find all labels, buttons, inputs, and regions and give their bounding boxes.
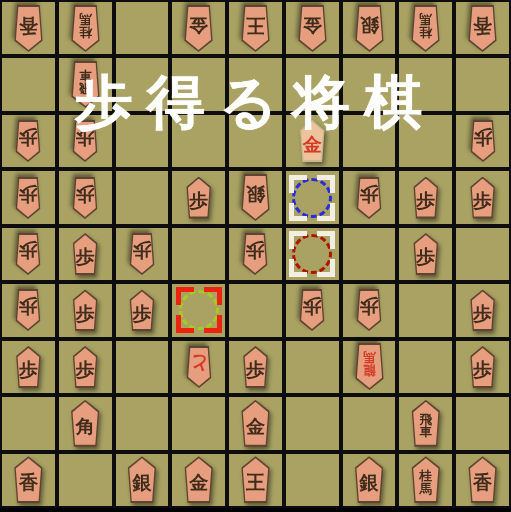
board-cell-r3c7[interactable] bbox=[343, 115, 396, 167]
shogi-piece-歩-gote[interactable]: 歩 bbox=[295, 289, 329, 331]
board-cell-r6c5[interactable] bbox=[229, 284, 282, 336]
shogi-piece-歩-sente[interactable]: 歩 bbox=[125, 289, 159, 331]
board-cell-r5c5[interactable]: 歩 bbox=[229, 228, 282, 280]
board-cell-r4c9[interactable]: 歩 bbox=[456, 171, 509, 223]
piece-kanji: 龍馬 bbox=[350, 343, 389, 390]
board-cell-r8c6[interactable] bbox=[286, 397, 339, 449]
board-cell-r4c4[interactable]: 歩 bbox=[172, 171, 225, 223]
shogi-piece-歩-gote[interactable]: 歩 bbox=[68, 177, 102, 219]
board-cell-r9c3[interactable]: 銀 bbox=[116, 454, 169, 506]
board-cell-r5c7[interactable] bbox=[343, 228, 396, 280]
board-cell-r8c9[interactable] bbox=[456, 397, 509, 449]
corner-bracket-tr bbox=[317, 175, 335, 193]
board-cell-r8c4[interactable] bbox=[172, 397, 225, 449]
corner-bracket-tl bbox=[176, 287, 194, 305]
piece-kanji: 歩 bbox=[11, 120, 45, 162]
board-cell-r9c5[interactable]: 王 bbox=[229, 454, 282, 506]
board-cell-r1c6[interactable]: 金 bbox=[286, 2, 339, 54]
blue-move-marker bbox=[289, 175, 335, 221]
piece-kanji: 桂馬 bbox=[406, 456, 445, 503]
corner-bracket-tl bbox=[289, 231, 307, 249]
piece-kanji: 歩 bbox=[352, 289, 386, 331]
shogi-piece-金-gote[interactable]: 金 bbox=[293, 5, 332, 52]
board-cell-r9c8[interactable]: 桂馬 bbox=[399, 454, 452, 506]
shogi-piece-龍馬-gote[interactable]: 龍馬 bbox=[350, 343, 389, 390]
board-cell-r5c4[interactable] bbox=[172, 228, 225, 280]
shogi-piece-歩-sente[interactable]: 歩 bbox=[409, 177, 443, 219]
piece-kanji: 銀 bbox=[350, 456, 389, 503]
corner-bracket-bl bbox=[176, 315, 194, 333]
board-cell-r6c6[interactable]: 歩 bbox=[286, 284, 339, 336]
shogi-piece-歩-sente[interactable]: 歩 bbox=[238, 346, 272, 388]
board-cell-r2c5[interactable] bbox=[229, 58, 282, 110]
piece-kanji: 歩 bbox=[409, 177, 443, 219]
board-cell-r9c1[interactable]: 香 bbox=[2, 454, 55, 506]
board-cell-r5c2[interactable]: 歩 bbox=[59, 228, 112, 280]
shogi-piece-銀-sente[interactable]: 銀 bbox=[350, 456, 389, 503]
piece-kanji: 歩 bbox=[11, 289, 45, 331]
board-cell-r2c8[interactable] bbox=[399, 58, 452, 110]
board-cell-r8c2[interactable]: 角 bbox=[59, 397, 112, 449]
corner-bracket-tr bbox=[317, 231, 335, 249]
board-cell-r1c9[interactable]: 香 bbox=[456, 2, 509, 54]
piece-kanji: 歩 bbox=[182, 177, 216, 219]
board-cell-r7c7[interactable]: 龍馬 bbox=[343, 341, 396, 393]
shogi-piece-歩-gote[interactable]: 歩 bbox=[352, 177, 386, 219]
piece-kanji: 歩 bbox=[11, 177, 45, 219]
board-cell-r8c1[interactable] bbox=[2, 397, 55, 449]
board-cell-r3c9[interactable]: 歩 bbox=[456, 115, 509, 167]
board-cell-r6c9[interactable]: 歩 bbox=[456, 284, 509, 336]
piece-kanji: 歩 bbox=[11, 346, 45, 388]
board-cell-r4c3[interactable] bbox=[116, 171, 169, 223]
board-cell-r4c2[interactable]: 歩 bbox=[59, 171, 112, 223]
board-cell-r2c7[interactable] bbox=[343, 58, 396, 110]
piece-kanji: 歩 bbox=[68, 289, 102, 331]
corner-bracket-br bbox=[317, 203, 335, 221]
shogi-piece-歩-gote[interactable]: 歩 bbox=[238, 233, 272, 275]
shogi-piece-歩-sente[interactable]: 歩 bbox=[466, 289, 500, 331]
piece-kanji: 桂馬 bbox=[406, 5, 445, 52]
shogi-piece-王-sente[interactable]: 王 bbox=[236, 456, 275, 503]
piece-kanji: 歩 bbox=[125, 233, 159, 275]
board-cell-r2c3[interactable] bbox=[116, 58, 169, 110]
board-cell-r7c5[interactable]: 歩 bbox=[229, 341, 282, 393]
shogi-piece-桂馬-gote[interactable]: 桂馬 bbox=[406, 5, 445, 52]
shogi-piece-歩-gote[interactable]: 歩 bbox=[11, 289, 45, 331]
board-cell-r4c5[interactable]: 銀 bbox=[229, 171, 282, 223]
board-cell-r4c8[interactable]: 歩 bbox=[399, 171, 452, 223]
board-cell-r3c5[interactable] bbox=[229, 115, 282, 167]
corner-bracket-bl bbox=[289, 203, 307, 221]
shogi-piece-香-sente[interactable]: 香 bbox=[9, 456, 48, 503]
piece-kanji: 金 bbox=[295, 120, 329, 162]
board-cell-r7c8[interactable] bbox=[399, 341, 452, 393]
board-cell-r6c3[interactable]: 歩 bbox=[116, 284, 169, 336]
shogi-piece-歩-sente[interactable]: 歩 bbox=[409, 233, 443, 275]
board-cell-r2c1[interactable] bbox=[2, 58, 55, 110]
corner-bracket-br bbox=[204, 315, 222, 333]
piece-kanji: 金 bbox=[236, 400, 275, 447]
shogi-piece-金-sente[interactable]: 金 bbox=[179, 456, 218, 503]
shogi-piece-飛車-gote[interactable]: 飛車 bbox=[66, 61, 105, 108]
board-cell-r3c8[interactable] bbox=[399, 115, 452, 167]
board-cell-r3c6[interactable]: 金 bbox=[286, 115, 339, 167]
corner-bracket-bl bbox=[289, 259, 307, 277]
board-cell-r6c2[interactable]: 歩 bbox=[59, 284, 112, 336]
piece-kanji: 歩 bbox=[238, 233, 272, 275]
piece-kanji: 歩 bbox=[466, 177, 500, 219]
board-cell-r5c9[interactable] bbox=[456, 228, 509, 280]
piece-kanji: 銀 bbox=[236, 174, 275, 221]
shogi-piece-歩-sente[interactable]: 歩 bbox=[466, 346, 500, 388]
shogi-piece-銀-gote[interactable]: 銀 bbox=[236, 174, 275, 221]
piece-kanji: 歩 bbox=[409, 233, 443, 275]
darkred-move-marker bbox=[289, 231, 335, 277]
board-cell-r4c6[interactable] bbox=[286, 171, 339, 223]
corner-bracket-tr bbox=[204, 287, 222, 305]
shogi-piece-金-gote[interactable]: 金 bbox=[179, 5, 218, 52]
piece-kanji: 歩 bbox=[466, 120, 500, 162]
board-cell-r1c4[interactable]: 金 bbox=[172, 2, 225, 54]
shogi-piece-歩-gote[interactable]: 歩 bbox=[11, 177, 45, 219]
shogi-piece-歩-gote[interactable]: 歩 bbox=[466, 120, 500, 162]
board-cell-r2c4[interactable] bbox=[172, 58, 225, 110]
shogi-piece-歩-gote[interactable]: 歩 bbox=[68, 120, 102, 162]
board-cell-r1c7[interactable]: 銀 bbox=[343, 2, 396, 54]
board-cell-r9c7[interactable]: 銀 bbox=[343, 454, 396, 506]
piece-kanji: 歩 bbox=[295, 289, 329, 331]
board-cell-r8c5[interactable]: 金 bbox=[229, 397, 282, 449]
board-cell-r1c8[interactable]: 桂馬 bbox=[399, 2, 452, 54]
shogi-piece-歩-sente[interactable]: 歩 bbox=[182, 177, 216, 219]
board-cell-r7c1[interactable]: 歩 bbox=[2, 341, 55, 393]
piece-kanji: 桂馬 bbox=[66, 5, 105, 52]
board-cell-r5c1[interactable]: 歩 bbox=[2, 228, 55, 280]
shogi-piece-香-gote[interactable]: 香 bbox=[9, 5, 48, 52]
board-cell-r3c2[interactable]: 歩 bbox=[59, 115, 112, 167]
board-cell-r2c2[interactable]: 飛車 bbox=[59, 58, 112, 110]
piece-kanji: 王 bbox=[236, 456, 275, 503]
piece-kanji: 金 bbox=[179, 5, 218, 52]
shogi-piece-香-sente[interactable]: 香 bbox=[463, 456, 502, 503]
shogi-piece-王-gote[interactable]: 王 bbox=[236, 5, 275, 52]
shogi-piece-桂馬-gote[interactable]: 桂馬 bbox=[66, 5, 105, 52]
shogi-piece-香-gote[interactable]: 香 bbox=[463, 5, 502, 52]
shogi-piece-金-sente[interactable]: 金 bbox=[236, 400, 275, 447]
corner-bracket-tl bbox=[289, 175, 307, 193]
shogi-piece-飛車-sente[interactable]: 飛車 bbox=[406, 400, 445, 447]
piece-kanji: 金 bbox=[179, 456, 218, 503]
board-cell-r6c1[interactable]: 歩 bbox=[2, 284, 55, 336]
piece-kanji: と bbox=[182, 346, 216, 388]
shogi-piece-歩-gote[interactable]: 歩 bbox=[11, 233, 45, 275]
shogi-piece-と-gote[interactable]: と bbox=[182, 346, 216, 388]
board-cell-r8c8[interactable]: 飛車 bbox=[399, 397, 452, 449]
board-cell-r6c8[interactable] bbox=[399, 284, 452, 336]
shogi-piece-歩-sente[interactable]: 歩 bbox=[11, 346, 45, 388]
shogi-piece-金-sente[interactable]: 金 bbox=[295, 120, 329, 162]
shogi-piece-歩-gote[interactable]: 歩 bbox=[11, 120, 45, 162]
shogi-piece-歩-gote[interactable]: 歩 bbox=[125, 233, 159, 275]
corner-bracket-br bbox=[317, 259, 335, 277]
shogi-piece-銀-gote[interactable]: 銀 bbox=[350, 5, 389, 52]
piece-kanji: 王 bbox=[236, 5, 275, 52]
piece-kanji: 香 bbox=[9, 456, 48, 503]
piece-kanji: 歩 bbox=[68, 177, 102, 219]
shogi-piece-歩-sente[interactable]: 歩 bbox=[68, 346, 102, 388]
board-cell-r2c9[interactable] bbox=[456, 58, 509, 110]
piece-kanji: 歩 bbox=[68, 346, 102, 388]
board-cell-r5c6[interactable] bbox=[286, 228, 339, 280]
board-cell-r8c7[interactable] bbox=[343, 397, 396, 449]
board-cell-r7c6[interactable] bbox=[286, 341, 339, 393]
board-cell-r7c9[interactable]: 歩 bbox=[456, 341, 509, 393]
piece-kanji: 角 bbox=[66, 400, 105, 447]
board-cell-r3c1[interactable]: 歩 bbox=[2, 115, 55, 167]
board-cell-r3c3[interactable] bbox=[116, 115, 169, 167]
board-cell-r9c6[interactable] bbox=[286, 454, 339, 506]
shogi-piece-歩-sente[interactable]: 歩 bbox=[68, 289, 102, 331]
board-cell-r7c4[interactable]: と bbox=[172, 341, 225, 393]
shogi-piece-銀-sente[interactable]: 銀 bbox=[122, 456, 161, 503]
board-cell-r2c6[interactable] bbox=[286, 58, 339, 110]
board-cell-r8c3[interactable] bbox=[116, 397, 169, 449]
board-cell-r7c2[interactable]: 歩 bbox=[59, 341, 112, 393]
board-cell-r9c4[interactable]: 金 bbox=[172, 454, 225, 506]
piece-kanji: 飛車 bbox=[406, 400, 445, 447]
piece-kanji: 歩 bbox=[238, 346, 272, 388]
board-cell-r9c9[interactable]: 香 bbox=[456, 454, 509, 506]
board-cell-r5c8[interactable]: 歩 bbox=[399, 228, 452, 280]
piece-kanji: 香 bbox=[9, 5, 48, 52]
board-cell-r1c5[interactable]: 王 bbox=[229, 2, 282, 54]
piece-kanji: 飛車 bbox=[66, 61, 105, 108]
piece-kanji: 香 bbox=[463, 5, 502, 52]
shogi-piece-歩-gote[interactable]: 歩 bbox=[352, 289, 386, 331]
shogi-board: 香桂馬金王金銀桂馬香飛車歩歩金歩歩歩歩銀歩歩歩歩歩歩歩歩歩歩歩歩歩歩歩歩と歩龍馬… bbox=[0, 0, 511, 508]
piece-kanji: 歩 bbox=[11, 233, 45, 275]
shogi-app: 香桂馬金王金銀桂馬香飛車歩歩金歩歩歩歩銀歩歩歩歩歩歩歩歩歩歩歩歩歩歩歩歩と歩龍馬… bbox=[0, 0, 511, 512]
shogi-piece-歩-sente[interactable]: 歩 bbox=[68, 233, 102, 275]
piece-kanji: 銀 bbox=[350, 5, 389, 52]
board-cell-r4c1[interactable]: 歩 bbox=[2, 171, 55, 223]
piece-kanji: 香 bbox=[463, 456, 502, 503]
board-cell-r6c4[interactable] bbox=[172, 284, 225, 336]
board-cell-r1c1[interactable]: 香 bbox=[2, 2, 55, 54]
board-cell-r3c4[interactable] bbox=[172, 115, 225, 167]
green-move-marker bbox=[176, 287, 222, 333]
shogi-piece-歩-sente[interactable]: 歩 bbox=[466, 177, 500, 219]
shogi-piece-桂馬-sente[interactable]: 桂馬 bbox=[406, 456, 445, 503]
piece-kanji: 歩 bbox=[466, 289, 500, 331]
piece-kanji: 銀 bbox=[122, 456, 161, 503]
piece-kanji: 金 bbox=[293, 5, 332, 52]
piece-kanji: 歩 bbox=[466, 346, 500, 388]
piece-kanji: 歩 bbox=[352, 177, 386, 219]
piece-kanji: 歩 bbox=[68, 233, 102, 275]
board-cell-r7c3[interactable] bbox=[116, 341, 169, 393]
board-cell-r9c2[interactable] bbox=[59, 454, 112, 506]
board-cell-r1c3[interactable] bbox=[116, 2, 169, 54]
board-cell-r5c3[interactable]: 歩 bbox=[116, 228, 169, 280]
piece-kanji: 歩 bbox=[125, 289, 159, 331]
piece-kanji: 歩 bbox=[68, 120, 102, 162]
board-cell-r1c2[interactable]: 桂馬 bbox=[59, 2, 112, 54]
board-cell-r6c7[interactable]: 歩 bbox=[343, 284, 396, 336]
shogi-piece-角-sente[interactable]: 角 bbox=[66, 400, 105, 447]
board-cell-r4c7[interactable]: 歩 bbox=[343, 171, 396, 223]
